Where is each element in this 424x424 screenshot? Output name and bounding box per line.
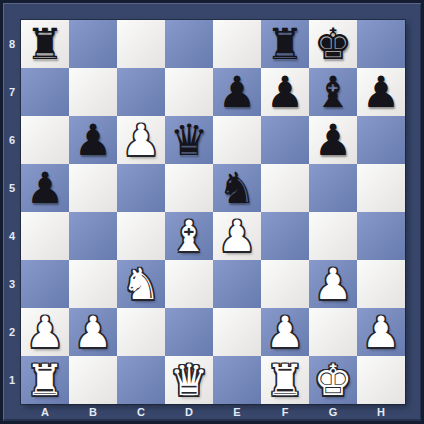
- file-label-d: D: [165, 404, 213, 420]
- rank-labels: 87654321: [3, 20, 21, 404]
- square-c6[interactable]: ♟: [117, 116, 165, 164]
- square-e7[interactable]: ♟: [213, 68, 261, 116]
- piece-black-pawn[interactable]: ♟: [74, 119, 113, 162]
- square-g7[interactable]: ♝: [309, 68, 357, 116]
- square-e3[interactable]: [213, 260, 261, 308]
- square-d3[interactable]: [165, 260, 213, 308]
- square-b2[interactable]: ♟: [69, 308, 117, 356]
- square-c3[interactable]: ♞: [117, 260, 165, 308]
- square-c5[interactable]: [117, 164, 165, 212]
- square-h7[interactable]: ♟: [357, 68, 405, 116]
- square-d1[interactable]: ♛: [165, 356, 213, 404]
- square-d7[interactable]: [165, 68, 213, 116]
- rank-label-8: 8: [3, 20, 21, 68]
- piece-black-pawn[interactable]: ♟: [362, 71, 401, 114]
- piece-white-pawn[interactable]: ♟: [266, 311, 305, 354]
- square-b4[interactable]: [69, 212, 117, 260]
- square-f5[interactable]: [261, 164, 309, 212]
- square-b1[interactable]: [69, 356, 117, 404]
- square-c1[interactable]: [117, 356, 165, 404]
- square-a7[interactable]: [21, 68, 69, 116]
- square-a5[interactable]: ♟: [21, 164, 69, 212]
- square-h3[interactable]: [357, 260, 405, 308]
- file-label-g: G: [309, 404, 357, 420]
- square-g1[interactable]: ♚: [309, 356, 357, 404]
- square-g3[interactable]: ♟: [309, 260, 357, 308]
- square-e8[interactable]: [213, 20, 261, 68]
- rank-label-1: 1: [3, 356, 21, 404]
- piece-black-pawn[interactable]: ♟: [218, 71, 257, 114]
- piece-black-rook[interactable]: ♜: [266, 23, 305, 66]
- square-h2[interactable]: ♟: [357, 308, 405, 356]
- piece-black-rook[interactable]: ♜: [26, 23, 65, 66]
- square-c8[interactable]: [117, 20, 165, 68]
- piece-white-bishop[interactable]: ♝: [170, 215, 209, 258]
- square-f4[interactable]: [261, 212, 309, 260]
- square-a6[interactable]: [21, 116, 69, 164]
- square-e5[interactable]: ♞: [213, 164, 261, 212]
- rank-label-4: 4: [3, 212, 21, 260]
- piece-black-king[interactable]: ♚: [314, 23, 353, 66]
- square-h5[interactable]: [357, 164, 405, 212]
- piece-white-rook[interactable]: ♜: [26, 359, 65, 402]
- square-e6[interactable]: [213, 116, 261, 164]
- square-a4[interactable]: [21, 212, 69, 260]
- piece-black-pawn[interactable]: ♟: [26, 167, 65, 210]
- rank-label-7: 7: [3, 68, 21, 116]
- square-b5[interactable]: [69, 164, 117, 212]
- piece-white-rook[interactable]: ♜: [266, 359, 305, 402]
- square-f2[interactable]: ♟: [261, 308, 309, 356]
- square-a3[interactable]: [21, 260, 69, 308]
- piece-white-queen[interactable]: ♛: [170, 359, 209, 402]
- square-g5[interactable]: [309, 164, 357, 212]
- piece-white-pawn[interactable]: ♟: [314, 263, 353, 306]
- square-d5[interactable]: [165, 164, 213, 212]
- file-label-e: E: [213, 404, 261, 420]
- square-b3[interactable]: [69, 260, 117, 308]
- square-g2[interactable]: [309, 308, 357, 356]
- square-g8[interactable]: ♚: [309, 20, 357, 68]
- file-label-h: H: [357, 404, 405, 420]
- square-f1[interactable]: ♜: [261, 356, 309, 404]
- board-frame: 87654321 ♜♜♚♟♟♝♟♟♟♛♟♟♞♝♟♞♟♟♟♟♟♜♛♜♚ ABCDE…: [0, 0, 424, 424]
- square-f6[interactable]: [261, 116, 309, 164]
- square-c7[interactable]: [117, 68, 165, 116]
- piece-black-pawn[interactable]: ♟: [266, 71, 305, 114]
- piece-white-pawn[interactable]: ♟: [362, 311, 401, 354]
- piece-white-pawn[interactable]: ♟: [218, 215, 257, 258]
- square-f3[interactable]: [261, 260, 309, 308]
- square-f8[interactable]: ♜: [261, 20, 309, 68]
- piece-black-pawn[interactable]: ♟: [314, 119, 353, 162]
- square-g6[interactable]: ♟: [309, 116, 357, 164]
- piece-black-bishop[interactable]: ♝: [314, 71, 353, 114]
- square-h8[interactable]: [357, 20, 405, 68]
- rank-label-3: 3: [3, 260, 21, 308]
- piece-white-pawn[interactable]: ♟: [74, 311, 113, 354]
- square-f7[interactable]: ♟: [261, 68, 309, 116]
- chess-board: ♜♜♚♟♟♝♟♟♟♛♟♟♞♝♟♞♟♟♟♟♟♜♛♜♚: [21, 20, 405, 404]
- square-e1[interactable]: [213, 356, 261, 404]
- file-label-f: F: [261, 404, 309, 420]
- square-d8[interactable]: [165, 20, 213, 68]
- rank-label-5: 5: [3, 164, 21, 212]
- rank-label-2: 2: [3, 308, 21, 356]
- square-e4[interactable]: ♟: [213, 212, 261, 260]
- rank-label-6: 6: [3, 116, 21, 164]
- square-c2[interactable]: [117, 308, 165, 356]
- file-label-b: B: [69, 404, 117, 420]
- square-b6[interactable]: ♟: [69, 116, 117, 164]
- square-h4[interactable]: [357, 212, 405, 260]
- file-label-c: C: [117, 404, 165, 420]
- square-b7[interactable]: [69, 68, 117, 116]
- piece-black-knight[interactable]: ♞: [218, 167, 257, 210]
- file-label-a: A: [21, 404, 69, 420]
- piece-white-knight[interactable]: ♞: [122, 263, 161, 306]
- square-d2[interactable]: [165, 308, 213, 356]
- piece-white-pawn[interactable]: ♟: [122, 119, 161, 162]
- piece-white-king[interactable]: ♚: [314, 359, 353, 402]
- square-a1[interactable]: ♜: [21, 356, 69, 404]
- file-labels: ABCDEFGH: [21, 404, 405, 420]
- square-a8[interactable]: ♜: [21, 20, 69, 68]
- square-d4[interactable]: ♝: [165, 212, 213, 260]
- piece-white-pawn[interactable]: ♟: [26, 311, 65, 354]
- square-a2[interactable]: ♟: [21, 308, 69, 356]
- square-h1[interactable]: [357, 356, 405, 404]
- square-e2[interactable]: [213, 308, 261, 356]
- square-g4[interactable]: [309, 212, 357, 260]
- piece-black-queen[interactable]: ♛: [170, 119, 209, 162]
- square-b8[interactable]: [69, 20, 117, 68]
- square-h6[interactable]: [357, 116, 405, 164]
- square-c4[interactable]: [117, 212, 165, 260]
- square-d6[interactable]: ♛: [165, 116, 213, 164]
